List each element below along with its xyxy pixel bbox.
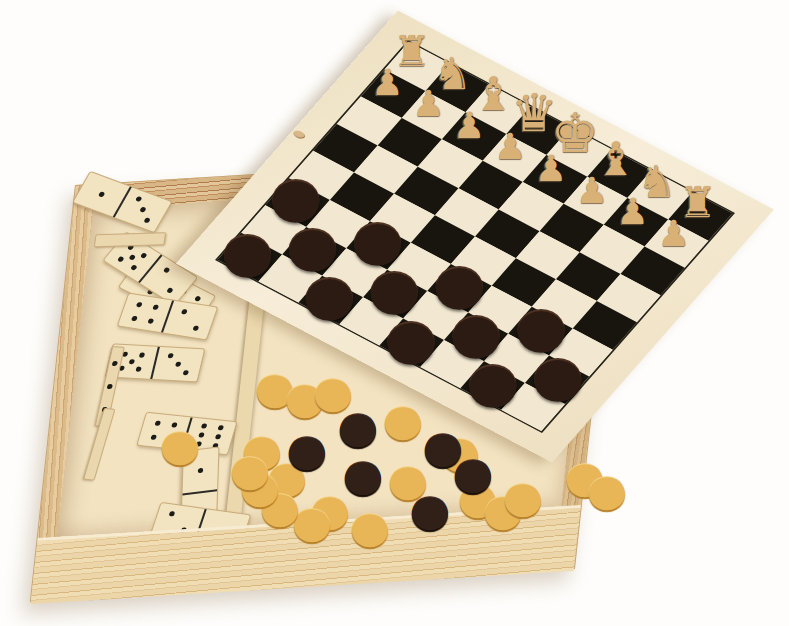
domino-pip (144, 217, 151, 223)
loose-checker-light[interactable]: ● (229, 448, 270, 491)
domino-pip (98, 191, 105, 197)
chess-piece-pawn[interactable]: ♟ (371, 64, 403, 100)
loose-checker-light[interactable]: ● (586, 468, 627, 511)
checker-piece-dark[interactable]: ● (531, 349, 585, 404)
domino-pip (193, 325, 200, 331)
chess-piece-pawn[interactable]: ♟ (657, 216, 689, 252)
domino-pip (112, 360, 118, 365)
domino-pip (130, 316, 137, 322)
domino-pip (153, 304, 160, 310)
domino-half (163, 301, 217, 339)
loose-checker-light[interactable]: ● (502, 475, 543, 518)
chess-piece-pawn[interactable]: ♟ (617, 194, 649, 230)
photo-scene: ●●●●●●●●●●●●●●●●●●●●●●●●●●● ♜♞♝♛♚♝♞♜♟♟♟♟… (0, 0, 789, 626)
domino-pip (107, 384, 113, 389)
domino-pip (135, 196, 142, 202)
domino-pip (180, 309, 187, 315)
chess-piece-pawn[interactable]: ♟ (453, 108, 485, 144)
domino-pip (150, 435, 157, 441)
domino-pip (195, 295, 203, 302)
chess-piece-pawn[interactable]: ♟ (576, 173, 608, 209)
chess-piece-pawn[interactable]: ♟ (494, 129, 526, 165)
checker-piece-dark[interactable]: ● (220, 225, 274, 280)
domino-pip (139, 206, 146, 212)
domino-pip (116, 256, 124, 263)
domino-tile-edge[interactable] (94, 232, 167, 247)
domino-pip (183, 370, 189, 375)
domino-pip (215, 434, 222, 440)
checker-piece-dark[interactable]: ● (466, 355, 520, 410)
domino-half (152, 347, 204, 381)
loose-checker-dark[interactable]: ● (337, 405, 378, 448)
domino-pip (136, 367, 142, 372)
loose-checker-light[interactable]: ● (349, 505, 390, 548)
chess-piece-pawn[interactable]: ♟ (535, 151, 567, 187)
domino-pip (166, 287, 174, 294)
loose-checker-light[interactable]: ● (382, 398, 423, 441)
loose-checker-dark[interactable]: ● (409, 488, 450, 531)
domino-pip (139, 352, 145, 357)
loose-checker-dark[interactable]: ● (452, 451, 493, 494)
loose-checker-light[interactable]: ● (159, 423, 200, 466)
domino-pip (148, 319, 155, 325)
wood-knob (292, 129, 307, 140)
domino-pip (163, 266, 171, 273)
checker-piece-dark[interactable]: ● (384, 311, 438, 366)
domino-pip (200, 423, 207, 429)
domino-pip (141, 252, 149, 259)
loose-checker-dark[interactable]: ● (286, 428, 327, 471)
domino-pip (218, 425, 225, 431)
domino-pip (167, 353, 173, 358)
domino-pip (136, 301, 143, 307)
domino-pip (130, 265, 138, 272)
loose-checker-dark[interactable]: ● (342, 453, 383, 496)
chess-piece-pawn[interactable]: ♟ (412, 86, 444, 122)
domino-pip (128, 254, 136, 261)
checker-piece-dark[interactable]: ● (302, 268, 356, 323)
domino-pip (129, 359, 135, 364)
domino-pip (175, 362, 181, 367)
domino-pip (168, 511, 175, 517)
